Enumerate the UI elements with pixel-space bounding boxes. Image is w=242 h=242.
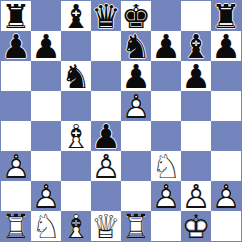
square-h7[interactable]: ♟: [211, 31, 241, 61]
square-a7[interactable]: ♟: [1, 31, 31, 61]
square-e1[interactable]: ♜♖: [121, 211, 151, 241]
piece-white-king[interactable]: ♚♔: [181, 211, 211, 241]
piece-white-outline-layer: ♙: [211, 181, 241, 211]
piece-black-pawn[interactable]: ♟: [121, 61, 151, 91]
square-g8[interactable]: [181, 1, 211, 31]
piece-black-glyph: ♟: [211, 31, 241, 61]
square-e8[interactable]: ♚: [121, 1, 151, 31]
square-e7[interactable]: ♞: [121, 31, 151, 61]
piece-black-rook[interactable]: ♜: [211, 1, 241, 31]
square-c4[interactable]: ♝♗: [61, 121, 91, 151]
piece-black-glyph: ♝: [181, 31, 211, 61]
piece-white-outline-layer: ♙: [181, 181, 211, 211]
square-f1[interactable]: [151, 211, 181, 241]
piece-white-outline-layer: ♗: [61, 121, 91, 151]
piece-white-fill-layer: ♟: [181, 181, 211, 211]
square-c3[interactable]: [61, 151, 91, 181]
square-e2[interactable]: [121, 181, 151, 211]
piece-white-queen[interactable]: ♛♕: [91, 211, 121, 241]
piece-black-pawn[interactable]: ♟: [211, 31, 241, 61]
square-g3[interactable]: [181, 151, 211, 181]
piece-white-rook[interactable]: ♜♖: [121, 211, 151, 241]
piece-white-bishop[interactable]: ♝♗: [61, 211, 91, 241]
piece-black-glyph: ♟: [121, 61, 151, 91]
piece-white-bishop[interactable]: ♝♗: [61, 121, 91, 151]
piece-black-glyph: ♟: [91, 121, 121, 151]
piece-white-pawn[interactable]: ♟♙: [1, 151, 31, 181]
piece-white-fill-layer: ♟: [151, 181, 181, 211]
piece-white-rook[interactable]: ♜♖: [1, 211, 31, 241]
square-g6[interactable]: ♟: [181, 61, 211, 91]
piece-white-outline-layer: ♘: [31, 211, 61, 241]
square-b4[interactable]: [31, 121, 61, 151]
square-f8[interactable]: [151, 1, 181, 31]
square-g5[interactable]: [181, 91, 211, 121]
square-e5[interactable]: ♟♙: [121, 91, 151, 121]
piece-black-bishop[interactable]: ♝: [181, 31, 211, 61]
square-e4[interactable]: [121, 121, 151, 151]
square-d6[interactable]: [91, 61, 121, 91]
piece-black-pawn[interactable]: ♟: [151, 31, 181, 61]
piece-black-pawn[interactable]: ♟: [31, 31, 61, 61]
square-g4[interactable]: [181, 121, 211, 151]
square-h2[interactable]: ♟♙: [211, 181, 241, 211]
square-a2[interactable]: [1, 181, 31, 211]
piece-white-outline-layer: ♙: [121, 91, 151, 121]
piece-white-fill-layer: ♟: [1, 151, 31, 181]
square-a1[interactable]: ♜♖: [1, 211, 31, 241]
piece-white-outline-layer: ♘: [151, 151, 181, 181]
piece-white-fill-layer: ♟: [91, 151, 121, 181]
piece-black-pawn[interactable]: ♟: [91, 121, 121, 151]
square-f7[interactable]: ♟: [151, 31, 181, 61]
piece-white-pawn[interactable]: ♟♙: [91, 151, 121, 181]
square-h8[interactable]: ♜: [211, 1, 241, 31]
piece-black-bishop[interactable]: ♝: [61, 1, 91, 31]
square-a8[interactable]: ♜: [1, 1, 31, 31]
piece-white-pawn[interactable]: ♟♙: [121, 91, 151, 121]
piece-black-pawn[interactable]: ♟: [1, 31, 31, 61]
square-g2[interactable]: ♟♙: [181, 181, 211, 211]
piece-white-fill-layer: ♞: [31, 211, 61, 241]
square-h4[interactable]: [211, 121, 241, 151]
piece-black-glyph: ♞: [61, 61, 91, 91]
piece-white-outline-layer: ♙: [1, 151, 31, 181]
square-d4[interactable]: ♟: [91, 121, 121, 151]
piece-white-fill-layer: ♚: [181, 211, 211, 241]
square-d2[interactable]: [91, 181, 121, 211]
piece-white-outline-layer: ♖: [1, 211, 31, 241]
square-b8[interactable]: [31, 1, 61, 31]
piece-white-fill-layer: ♞: [151, 151, 181, 181]
square-h6[interactable]: [211, 61, 241, 91]
piece-white-fill-layer: ♜: [1, 211, 31, 241]
square-b1[interactable]: ♞♘: [31, 211, 61, 241]
piece-white-pawn[interactable]: ♟♙: [31, 181, 61, 211]
piece-white-knight[interactable]: ♞♘: [31, 211, 61, 241]
square-b7[interactable]: ♟: [31, 31, 61, 61]
square-f6[interactable]: [151, 61, 181, 91]
piece-white-knight[interactable]: ♞♘: [151, 151, 181, 181]
piece-black-glyph: ♚: [121, 1, 151, 31]
piece-black-queen[interactable]: ♛: [91, 1, 121, 31]
piece-white-pawn[interactable]: ♟♙: [181, 181, 211, 211]
square-a4[interactable]: [1, 121, 31, 151]
square-c6[interactable]: ♞: [61, 61, 91, 91]
piece-white-fill-layer: ♟: [31, 181, 61, 211]
piece-white-fill-layer: ♛: [91, 211, 121, 241]
square-f2[interactable]: ♟♙: [151, 181, 181, 211]
piece-white-pawn[interactable]: ♟♙: [151, 181, 181, 211]
square-e6[interactable]: ♟: [121, 61, 151, 91]
square-d3[interactable]: ♟♙: [91, 151, 121, 181]
square-c8[interactable]: ♝: [61, 1, 91, 31]
square-h5[interactable]: [211, 91, 241, 121]
square-d7[interactable]: [91, 31, 121, 61]
square-e3[interactable]: [121, 151, 151, 181]
piece-black-glyph: ♞: [121, 31, 151, 61]
piece-black-glyph: ♛: [91, 1, 121, 31]
piece-white-outline-layer: ♕: [91, 211, 121, 241]
piece-white-fill-layer: ♜: [121, 211, 151, 241]
piece-black-king[interactable]: ♚: [121, 1, 151, 31]
square-b3[interactable]: [31, 151, 61, 181]
piece-black-glyph: ♝: [61, 1, 91, 31]
square-h1[interactable]: [211, 211, 241, 241]
piece-black-knight[interactable]: ♞: [121, 31, 151, 61]
piece-white-pawn[interactable]: ♟♙: [211, 181, 241, 211]
square-g7[interactable]: ♝: [181, 31, 211, 61]
piece-white-outline-layer: ♙: [151, 181, 181, 211]
piece-white-outline-layer: ♗: [61, 211, 91, 241]
piece-black-rook[interactable]: ♜: [1, 1, 31, 31]
piece-black-glyph: ♜: [211, 1, 241, 31]
chess-board: ♜♝♛♚♜♟♟♞♟♝♟♞♟♟♟♙♝♗♟♟♙♟♙♞♘♟♙♟♙♟♙♟♙♜♖♞♘♝♗♛…: [0, 0, 242, 242]
piece-black-glyph: ♟: [181, 61, 211, 91]
piece-black-glyph: ♟: [1, 31, 31, 61]
piece-black-glyph: ♟: [151, 31, 181, 61]
piece-black-knight[interactable]: ♞: [61, 61, 91, 91]
square-a3[interactable]: ♟♙: [1, 151, 31, 181]
piece-white-outline-layer: ♙: [91, 151, 121, 181]
square-c5[interactable]: [61, 91, 91, 121]
square-c1[interactable]: ♝♗: [61, 211, 91, 241]
piece-black-glyph: ♜: [1, 1, 31, 31]
square-g1[interactable]: ♚♔: [181, 211, 211, 241]
piece-white-outline-layer: ♙: [31, 181, 61, 211]
piece-white-fill-layer: ♟: [211, 181, 241, 211]
square-f5[interactable]: [151, 91, 181, 121]
square-d5[interactable]: [91, 91, 121, 121]
square-d1[interactable]: ♛♕: [91, 211, 121, 241]
square-b6[interactable]: [31, 61, 61, 91]
square-f3[interactable]: ♞♘: [151, 151, 181, 181]
piece-white-outline-layer: ♔: [181, 211, 211, 241]
piece-white-fill-layer: ♟: [121, 91, 151, 121]
square-a6[interactable]: [1, 61, 31, 91]
square-c7[interactable]: [61, 31, 91, 61]
piece-black-pawn[interactable]: ♟: [181, 61, 211, 91]
piece-white-fill-layer: ♝: [61, 121, 91, 151]
piece-white-fill-layer: ♝: [61, 211, 91, 241]
square-d8[interactable]: ♛: [91, 1, 121, 31]
square-f4[interactable]: [151, 121, 181, 151]
square-b5[interactable]: [31, 91, 61, 121]
square-c2[interactable]: [61, 181, 91, 211]
square-a5[interactable]: [1, 91, 31, 121]
piece-white-outline-layer: ♖: [121, 211, 151, 241]
square-h3[interactable]: [211, 151, 241, 181]
piece-black-glyph: ♟: [31, 31, 61, 61]
square-b2[interactable]: ♟♙: [31, 181, 61, 211]
